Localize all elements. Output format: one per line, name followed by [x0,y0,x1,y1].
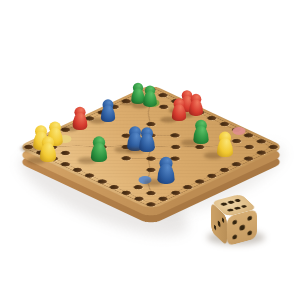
peg-body [139,134,155,152]
die-pip [233,206,240,210]
die-pip [240,205,247,209]
die-pip [247,215,252,221]
peg-body [73,113,88,130]
peg-body [143,91,157,107]
start-dot-red [233,127,246,135]
peg-red-3[interactable] [171,94,188,121]
board-hole [193,178,206,184]
board-hole [242,144,255,150]
peg-body [189,100,203,116]
board-hole [120,155,133,161]
die-pip [220,202,227,206]
peg-blue-1[interactable] [100,95,117,122]
peg-green-2[interactable] [142,80,159,107]
peg-body [40,143,56,162]
board-hole [96,178,109,184]
board-hole [169,144,182,150]
die-pip [218,220,221,227]
peg-red-2[interactable] [188,89,205,116]
board-hole [132,196,145,202]
board-hole [218,167,231,173]
board-hole [145,155,158,161]
board-hole [242,155,255,161]
peg-body [91,143,107,162]
peg-blue-3[interactable] [139,125,156,152]
board-hole [181,184,194,190]
board-hole [145,201,158,207]
peg-blue-4[interactable] [158,157,175,184]
board-hole [84,173,97,179]
die-pip [240,224,245,230]
die-pip [232,234,237,240]
board-hole [267,144,280,150]
peg-body [157,164,174,184]
board-hole [169,133,182,139]
peg-body [217,138,233,157]
peg-green-3[interactable] [193,117,210,144]
board-hole [157,196,170,202]
peg-yellow-3[interactable] [217,130,234,157]
board-hole [230,161,243,167]
peg-green-4[interactable] [91,135,108,162]
peg-body [172,104,186,121]
board-hole [169,190,182,196]
board-hole [59,161,72,167]
die-pip [234,199,241,203]
board-hole [120,190,133,196]
board-hole [255,150,268,156]
peg-body [193,126,208,144]
board-hole [145,190,158,196]
board-hole [157,92,170,98]
board-hole [132,184,145,190]
peg-yellow-4[interactable] [40,135,57,162]
board-hole [242,133,255,139]
board-hole [218,121,231,127]
peg-body [101,105,115,122]
die-pip [222,217,225,224]
board-hole [145,167,158,173]
die-pip [232,219,237,225]
board-hole [108,184,121,190]
die-pip [227,200,234,204]
die-pip [214,224,217,231]
board-hole [255,138,268,144]
board-hole [59,150,72,156]
board-hole [206,173,219,179]
die-pip [227,208,234,212]
peg-red-4[interactable] [72,103,89,130]
scene [0,0,300,300]
die-pip [247,230,252,236]
board-hole [71,167,84,173]
